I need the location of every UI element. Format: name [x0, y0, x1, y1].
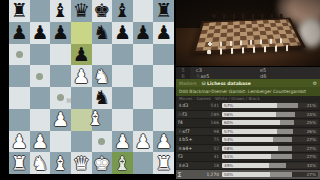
- explorer-move-row[interactable]: ♕a4+5258%27%: [176, 145, 320, 154]
- candidate-move: ♘xf7: [178, 129, 202, 134]
- black-wins-segment: 27%: [292, 146, 318, 151]
- games-count: 1,270: [202, 172, 222, 177]
- explorer-tab-bar: Masters ⛁ Lichess database ⚙: [176, 79, 320, 87]
- explorer-move-row[interactable]: ♗d354157%21%: [176, 102, 320, 111]
- white-r-piece[interactable]: ♜: [155, 154, 172, 173]
- candidate-move: ♕a4+: [178, 146, 202, 151]
- square-a3[interactable]: [9, 109, 30, 131]
- tab-masters[interactable]: Masters: [179, 81, 197, 86]
- white-p-piece[interactable]: ♟: [31, 132, 48, 151]
- square-g6[interactable]: [133, 44, 154, 66]
- square-b4[interactable]: [30, 87, 51, 109]
- square-a2[interactable]: ♟: [9, 131, 30, 153]
- square-g2[interactable]: ♟: [133, 131, 154, 153]
- square-e4[interactable]: ♞: [92, 87, 113, 109]
- black-n-piece[interactable]: ♞: [93, 23, 110, 42]
- square-b7[interactable]: ♟: [30, 22, 51, 44]
- square-f6[interactable]: [112, 44, 133, 66]
- result-bar: 57%21%: [222, 103, 318, 108]
- webcam-video: [176, 0, 320, 66]
- candidate-move: ♗d3: [178, 103, 202, 108]
- black-wins-segment: 27%: [292, 154, 318, 159]
- draws-segment: [271, 154, 292, 159]
- result-bar: 60%25%: [222, 120, 318, 125]
- square-f2[interactable]: ♟: [112, 131, 133, 153]
- square-h6[interactable]: [153, 44, 174, 66]
- square-a4[interactable]: [9, 87, 30, 109]
- white-wins-segment: 49%: [222, 163, 269, 168]
- square-e1[interactable]: ♚: [92, 152, 113, 174]
- white-p-piece[interactable]: ♟: [52, 110, 69, 129]
- draws-segment: [269, 163, 286, 168]
- black-p-piece[interactable]: ♟: [52, 23, 69, 42]
- draws-segment: [277, 103, 298, 108]
- white-p-piece[interactable]: ♟: [155, 132, 172, 151]
- square-c1[interactable]: ♝: [50, 152, 71, 174]
- square-h7[interactable]: ♟: [153, 22, 174, 44]
- black-move[interactable]: d6: [254, 73, 318, 79]
- black-wins-segment: 33%: [286, 163, 318, 168]
- candidate-move: f4: [178, 120, 202, 125]
- black-p-piece[interactable]: ♟: [155, 23, 172, 42]
- square-b1[interactable]: ♞: [30, 152, 51, 174]
- explorer-move-row[interactable]: ♘xf79857%26%: [176, 128, 320, 137]
- square-a5[interactable]: [9, 65, 30, 87]
- square-c6[interactable]: [50, 44, 71, 66]
- square-d1[interactable]: ♛: [71, 152, 92, 174]
- legal-move-dot[interactable]: [57, 94, 64, 101]
- square-h5[interactable]: [153, 65, 174, 87]
- white-r-piece[interactable]: ♜: [11, 154, 28, 173]
- explorer-move-row[interactable]: ♗b5+7553%27%: [176, 136, 320, 145]
- white-k-piece[interactable]: ♚: [93, 154, 110, 173]
- square-g3[interactable]: [133, 109, 154, 131]
- white-p-piece[interactable]: ♟: [135, 132, 152, 151]
- white-n-piece[interactable]: ♞: [93, 67, 110, 86]
- square-h2[interactable]: ♟: [153, 131, 174, 153]
- black-n-piece[interactable]: ♞: [93, 88, 110, 107]
- square-a6[interactable]: [9, 44, 30, 66]
- black-p-piece[interactable]: ♟: [135, 23, 152, 42]
- games-count: 75: [202, 137, 222, 142]
- black-wins-segment: 21%: [298, 103, 318, 108]
- white-wins-segment: 58%: [222, 146, 278, 151]
- candidate-move: ♗b5+: [178, 137, 202, 142]
- white-p-piece[interactable]: ♟: [11, 132, 28, 151]
- games-count: 31: [202, 154, 222, 159]
- white-wins-segment: 51%: [222, 154, 271, 159]
- app-window: ♜♝♛♚♝♜♟♟♟♞♟♟♟♟♟♞♞♟♟♟♟♟♟♜♞♝♛♚♝♜ ♝ ✕ 5c3e5…: [0, 0, 320, 180]
- right-panel: 5c3e56♘xe5d6 Masters ⛁ Lichess database …: [176, 0, 320, 174]
- chess-board[interactable]: ♜♝♛♚♝♜♟♟♟♞♟♟♟♟♟♞♞♟♟♟♟♟♟♜♞♝♛♚♝♜: [9, 0, 174, 174]
- square-d2[interactable]: [71, 131, 92, 153]
- white-b-piece[interactable]: ♝: [52, 154, 69, 173]
- result-bar: 50%27%: [222, 172, 318, 177]
- move-number: 6: [176, 73, 190, 79]
- explorer-move-row[interactable]: f33151%27%: [176, 153, 320, 162]
- black-b-piece[interactable]: ♝: [114, 1, 131, 20]
- white-p-piece[interactable]: ♟: [73, 67, 90, 86]
- black-r-piece[interactable]: ♜: [11, 1, 28, 20]
- square-e2[interactable]: [92, 131, 113, 153]
- games-count: 18: [202, 163, 222, 168]
- white-b-piece[interactable]: ♝: [114, 154, 131, 173]
- legal-move-dot[interactable]: [98, 138, 105, 145]
- black-b-piece[interactable]: ♝: [52, 1, 69, 20]
- white-wins-segment: 60%: [222, 120, 280, 125]
- candidate-move: f3: [178, 154, 202, 159]
- legal-move-dot[interactable]: [36, 73, 43, 80]
- video-vignette: [176, 0, 320, 66]
- draws-segment: [278, 146, 292, 151]
- gear-icon[interactable]: ⚙: [313, 80, 317, 86]
- square-d8[interactable]: ♛: [71, 0, 92, 22]
- white-wins-segment: 57%: [222, 129, 277, 134]
- black-p-piece[interactable]: ♟: [73, 45, 90, 64]
- black-wins-segment: 26%: [293, 129, 318, 134]
- games-count: 166: [202, 120, 222, 125]
- result-bar: 51%27%: [222, 154, 318, 159]
- square-a1[interactable]: ♜: [9, 152, 30, 174]
- white-n-piece[interactable]: ♞: [31, 154, 48, 173]
- square-b6[interactable]: [30, 44, 51, 66]
- square-e5[interactable]: ♞: [92, 65, 113, 87]
- move-list: 5c3e56♘xe5d6: [176, 66, 320, 79]
- black-p-piece[interactable]: ♟: [31, 23, 48, 42]
- explorer-move-row[interactable]: ♘f328956%24%: [176, 111, 320, 120]
- black-p-piece[interactable]: ♟: [11, 23, 28, 42]
- black-p-piece[interactable]: ♟: [114, 23, 131, 42]
- result-bar: 58%27%: [222, 146, 318, 151]
- draws-segment: [276, 112, 295, 117]
- square-g4[interactable]: [133, 87, 154, 109]
- black-r-piece[interactable]: ♜: [155, 1, 172, 20]
- square-h4[interactable]: [153, 87, 174, 109]
- square-e7[interactable]: ♞: [92, 22, 113, 44]
- database-icon: ⛁: [202, 81, 206, 86]
- square-b5[interactable]: [30, 65, 51, 87]
- square-h8[interactable]: ♜: [153, 0, 174, 22]
- square-e6[interactable]: [92, 44, 113, 66]
- result-bar: 53%27%: [222, 137, 318, 142]
- explorer-move-table: ♗d354157%21%♘f328956%24%f416660%25%♘xf79…: [176, 102, 320, 179]
- square-g1[interactable]: [133, 152, 154, 174]
- square-f8[interactable]: ♝: [112, 0, 133, 22]
- black-wins-segment: 25%: [294, 120, 318, 125]
- result-bar: 57%26%: [222, 129, 318, 134]
- square-c3[interactable]: ♟: [50, 109, 71, 131]
- square-a7[interactable]: ♟: [9, 22, 30, 44]
- games-count: 541: [202, 103, 222, 108]
- white-wins-segment: 56%: [222, 112, 276, 117]
- square-b8[interactable]: [30, 0, 51, 22]
- result-bar: 56%24%: [222, 112, 318, 117]
- square-g7[interactable]: ♟: [133, 22, 154, 44]
- draws-segment: [280, 120, 294, 125]
- games-count: 98: [202, 129, 222, 134]
- explorer-move-row[interactable]: f416660%25%: [176, 119, 320, 128]
- square-c5[interactable]: [50, 65, 71, 87]
- square-a8[interactable]: ♜: [9, 0, 30, 22]
- result-bar: 49%33%: [222, 163, 318, 168]
- explorer-move-row[interactable]: ♗e31849%33%: [176, 162, 320, 171]
- move-list-row: 6♘xe5d6: [176, 73, 320, 79]
- explorer-summary-row[interactable]: ∑1,27050%27%: [176, 170, 320, 179]
- square-h1[interactable]: ♜: [153, 152, 174, 174]
- candidate-move: ∑: [178, 172, 202, 177]
- white-q-piece[interactable]: ♛: [73, 154, 90, 173]
- square-d4[interactable]: [71, 87, 92, 109]
- games-count: 52: [202, 146, 222, 151]
- black-q-piece[interactable]: ♛: [73, 1, 90, 20]
- square-c2[interactable]: [50, 131, 71, 153]
- dragged-bishop-piece[interactable]: ♝: [85, 107, 106, 129]
- square-d6[interactable]: ♟: [71, 44, 92, 66]
- white-wins-segment: 53%: [222, 137, 273, 142]
- square-d7[interactable]: [71, 22, 92, 44]
- square-f1[interactable]: ♝: [112, 152, 133, 174]
- dragged-piece-glyph: ♝: [87, 109, 104, 128]
- white-wins-segment: 50%: [222, 172, 270, 177]
- square-f4[interactable]: [112, 87, 133, 109]
- draws-segment: [277, 129, 293, 134]
- square-b3[interactable]: [30, 109, 51, 131]
- black-wins-segment: 27%: [292, 172, 318, 177]
- black-wins-segment: 24%: [295, 112, 318, 117]
- square-f7[interactable]: ♟: [112, 22, 133, 44]
- square-g8[interactable]: [133, 0, 154, 22]
- black-wins-segment: 27%: [292, 137, 318, 142]
- legal-move-dot[interactable]: [16, 51, 23, 58]
- square-d5[interactable]: ♟: [71, 65, 92, 87]
- square-f5[interactable]: [112, 65, 133, 87]
- square-b2[interactable]: ♟: [30, 131, 51, 153]
- square-e8[interactable]: ♚: [92, 0, 113, 22]
- candidate-move: ♘f3: [178, 112, 202, 117]
- games-count: 289: [202, 112, 222, 117]
- black-k-piece[interactable]: ♚: [93, 1, 110, 20]
- mouse-cursor: ✕: [66, 98, 72, 105]
- white-wins-segment: 57%: [222, 103, 277, 108]
- square-f3[interactable]: [112, 109, 133, 131]
- white-move[interactable]: ♘xe5: [190, 73, 254, 79]
- draws-segment: [273, 137, 292, 142]
- opening-name: D00 Blackmar-Diemer Gambit: Lemberger Co…: [176, 87, 320, 96]
- draws-segment: [270, 172, 292, 177]
- white-p-piece[interactable]: ♟: [114, 132, 131, 151]
- square-c8[interactable]: ♝: [50, 0, 71, 22]
- square-c7[interactable]: ♟: [50, 22, 71, 44]
- square-h3[interactable]: [153, 109, 174, 131]
- candidate-move: ♗e3: [178, 163, 202, 168]
- square-g5[interactable]: [133, 65, 154, 87]
- tab-lichess-database[interactable]: ⛁ Lichess database: [202, 81, 251, 86]
